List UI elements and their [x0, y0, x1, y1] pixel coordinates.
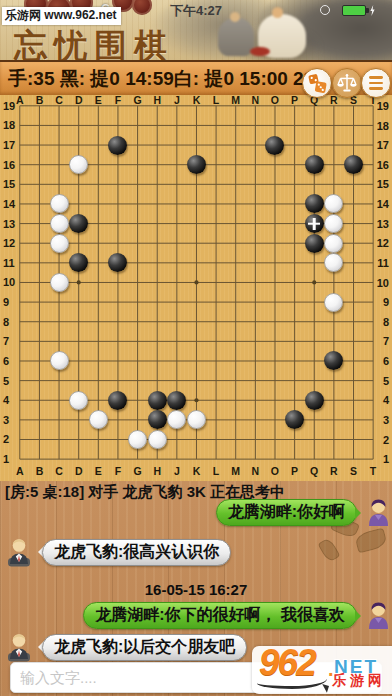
board-point-H9[interactable]	[147, 292, 167, 312]
board-point-J3[interactable]	[167, 410, 187, 430]
board-point-E8[interactable]	[89, 312, 109, 332]
board-point-L16[interactable]	[206, 155, 226, 175]
board-point-B18[interactable]	[30, 116, 50, 136]
board-point-O4[interactable]	[265, 390, 285, 410]
board-point-Q3[interactable]	[304, 410, 324, 430]
board-point-C16[interactable]	[49, 155, 69, 175]
board-point-L12[interactable]	[206, 233, 226, 253]
board-point-E9[interactable]	[89, 292, 109, 312]
board-point-S9[interactable]	[344, 292, 364, 312]
board-point-F13[interactable]	[108, 214, 128, 234]
board-point-C8[interactable]	[49, 312, 69, 332]
board-point-K10[interactable]	[187, 273, 207, 293]
board-point-S2[interactable]	[344, 430, 364, 450]
board-point-K4[interactable]	[187, 390, 207, 410]
board-point-K11[interactable]	[187, 253, 207, 273]
board-point-C12[interactable]	[49, 233, 69, 253]
board-point-J15[interactable]	[167, 175, 187, 195]
board-point-E4[interactable]	[89, 390, 109, 410]
board-point-P11[interactable]	[285, 253, 305, 273]
board-point-E3[interactable]	[89, 410, 109, 430]
board-point-D13[interactable]	[69, 214, 89, 234]
board-point-S3[interactable]	[344, 410, 364, 430]
board-point-F18[interactable]	[108, 116, 128, 136]
board-point-P17[interactable]	[285, 135, 305, 155]
board-point-K14[interactable]	[187, 194, 207, 214]
board-point-Q7[interactable]	[304, 332, 324, 352]
board-point-N12[interactable]	[246, 233, 266, 253]
board-point-J9[interactable]	[167, 292, 187, 312]
board-point-B14[interactable]	[30, 194, 50, 214]
board-point-J16[interactable]	[167, 155, 187, 175]
board-point-L2[interactable]	[206, 430, 226, 450]
board-point-L5[interactable]	[206, 371, 226, 391]
board-point-J17[interactable]	[167, 135, 187, 155]
board-point-E17[interactable]	[89, 135, 109, 155]
board-point-L17[interactable]	[206, 135, 226, 155]
board-point-P5[interactable]	[285, 371, 305, 391]
board-point-K17[interactable]	[187, 135, 207, 155]
board-point-R7[interactable]	[324, 332, 344, 352]
board-point-O16[interactable]	[265, 155, 285, 175]
board-point-L11[interactable]	[206, 253, 226, 273]
board-point-C5[interactable]	[49, 371, 69, 391]
board-point-G18[interactable]	[128, 116, 148, 136]
board-point-D11[interactable]	[69, 253, 89, 273]
board-point-F3[interactable]	[108, 410, 128, 430]
board-point-G16[interactable]	[128, 155, 148, 175]
board-point-B7[interactable]	[30, 332, 50, 352]
board-point-L8[interactable]	[206, 312, 226, 332]
board-point-M16[interactable]	[226, 155, 246, 175]
board-point-C11[interactable]	[49, 253, 69, 273]
board-point-F17[interactable]	[108, 135, 128, 155]
board-point-S18[interactable]	[344, 116, 364, 136]
board-point-R9[interactable]	[324, 292, 344, 312]
board-point-H2[interactable]	[147, 430, 167, 450]
board-point-B3[interactable]	[30, 410, 50, 430]
board-point-M10[interactable]	[226, 273, 246, 293]
board-point-F2[interactable]	[108, 430, 128, 450]
board-point-E15[interactable]	[89, 175, 109, 195]
board-point-N7[interactable]	[246, 332, 266, 352]
board-point-O5[interactable]	[265, 371, 285, 391]
board-point-R5[interactable]	[324, 371, 344, 391]
board-point-H8[interactable]	[147, 312, 167, 332]
leaf-decoration	[317, 537, 340, 563]
board-point-B10[interactable]	[30, 273, 50, 293]
board-point-M6[interactable]	[226, 351, 246, 371]
board-point-L6[interactable]	[206, 351, 226, 371]
board-point-F5[interactable]	[108, 371, 128, 391]
board-point-P16[interactable]	[285, 155, 305, 175]
board-point-M9[interactable]	[226, 292, 246, 312]
board-point-M4[interactable]	[226, 390, 246, 410]
board-point-S6[interactable]	[344, 351, 364, 371]
board-point-L14[interactable]	[206, 194, 226, 214]
board-point-O8[interactable]	[265, 312, 285, 332]
board-point-B6[interactable]	[30, 351, 50, 371]
board-point-K8[interactable]	[187, 312, 207, 332]
board-point-Q18[interactable]	[304, 116, 324, 136]
dice-button[interactable]	[302, 68, 332, 98]
board-point-M8[interactable]	[226, 312, 246, 332]
board-point-B5[interactable]	[30, 371, 50, 391]
board-point-L13[interactable]	[206, 214, 226, 234]
board-point-S16[interactable]	[344, 155, 364, 175]
board-point-J7[interactable]	[167, 332, 187, 352]
board-point-L4[interactable]	[206, 390, 226, 410]
board-point-E13[interactable]	[89, 214, 109, 234]
board-point-F9[interactable]	[108, 292, 128, 312]
board-point-R18[interactable]	[324, 116, 344, 136]
board-point-D16[interactable]	[69, 155, 89, 175]
board-point-O10[interactable]	[265, 273, 285, 293]
score-count-button[interactable]	[332, 68, 362, 98]
board-point-O6[interactable]	[265, 351, 285, 371]
board-point-R16[interactable]	[324, 155, 344, 175]
board-point-J11[interactable]	[167, 253, 187, 273]
board-point-B15[interactable]	[30, 175, 50, 195]
board-point-S14[interactable]	[344, 194, 364, 214]
board-point-E6[interactable]	[89, 351, 109, 371]
board-point-G9[interactable]	[128, 292, 148, 312]
board-point-O3[interactable]	[265, 410, 285, 430]
board-point-F16[interactable]	[108, 155, 128, 175]
board-point-N8[interactable]	[246, 312, 266, 332]
board-point-H4[interactable]	[147, 390, 167, 410]
board-point-Q5[interactable]	[304, 371, 324, 391]
board-point-N18[interactable]	[246, 116, 266, 136]
board-point-M2[interactable]	[226, 430, 246, 450]
board-point-Q12[interactable]	[304, 233, 324, 253]
board-point-M7[interactable]	[226, 332, 246, 352]
board-point-N5[interactable]	[246, 371, 266, 391]
board-point-P14[interactable]	[285, 194, 305, 214]
title-banner: 忘忧围棋 下午4:27 G 乐游网 www.962.net	[0, 0, 392, 60]
board-point-Q9[interactable]	[304, 292, 324, 312]
board-point-N13[interactable]	[246, 214, 266, 234]
board-point-D17[interactable]	[69, 135, 89, 155]
board-point-S13[interactable]	[344, 214, 364, 234]
board-point-J2[interactable]	[167, 430, 187, 450]
board-point-J8[interactable]	[167, 312, 187, 332]
board-point-Q11[interactable]	[304, 253, 324, 273]
board-point-K7[interactable]	[187, 332, 207, 352]
board-point-N9[interactable]	[246, 292, 266, 312]
board-point-E18[interactable]	[89, 116, 109, 136]
board-point-E2[interactable]	[89, 430, 109, 450]
board-point-S11[interactable]	[344, 253, 364, 273]
board-point-M5[interactable]	[226, 371, 246, 391]
board-point-D3[interactable]	[69, 410, 89, 430]
board-point-H10[interactable]	[147, 273, 167, 293]
board-point-M17[interactable]	[226, 135, 246, 155]
board-point-G12[interactable]	[128, 233, 148, 253]
board-point-L9[interactable]	[206, 292, 226, 312]
board-point-D4[interactable]	[69, 390, 89, 410]
board-point-K9[interactable]	[187, 292, 207, 312]
board-point-Q15[interactable]	[304, 175, 324, 195]
board-point-C7[interactable]	[49, 332, 69, 352]
go-board[interactable]: ABCDEFGHJKLMNOPQRST ABCDEFGHJKLMNOPQRST …	[0, 95, 392, 481]
board-point-D7[interactable]	[69, 332, 89, 352]
board-point-N3[interactable]	[246, 410, 266, 430]
board-point-G2[interactable]	[128, 430, 148, 450]
board-point-M14[interactable]	[226, 194, 246, 214]
board-point-J12[interactable]	[167, 233, 187, 253]
board-point-F15[interactable]	[108, 175, 128, 195]
board-point-D15[interactable]	[69, 175, 89, 195]
board-point-P2[interactable]	[285, 430, 305, 450]
board-point-P3[interactable]	[285, 410, 305, 430]
board-point-O14[interactable]	[265, 194, 285, 214]
board-point-M11[interactable]	[226, 253, 246, 273]
board-point-H3[interactable]	[147, 410, 167, 430]
board-point-O17[interactable]	[265, 135, 285, 155]
board-point-S12[interactable]	[344, 233, 364, 253]
board-point-D14[interactable]	[69, 194, 89, 214]
board-point-L7[interactable]	[206, 332, 226, 352]
board-point-D2[interactable]	[69, 430, 89, 450]
board-point-E11[interactable]	[89, 253, 109, 273]
board-point-S17[interactable]	[344, 135, 364, 155]
board-point-N14[interactable]	[246, 194, 266, 214]
board-point-P8[interactable]	[285, 312, 305, 332]
board-point-B8[interactable]	[30, 312, 50, 332]
board-point-N15[interactable]	[246, 175, 266, 195]
board-point-N16[interactable]	[246, 155, 266, 175]
board-point-H5[interactable]	[147, 371, 167, 391]
board-point-C10[interactable]	[49, 273, 69, 293]
board-point-G8[interactable]	[128, 312, 148, 332]
board-point-P12[interactable]	[285, 233, 305, 253]
last-move-marker	[305, 214, 324, 233]
board-point-J4[interactable]	[167, 390, 187, 410]
board-point-B17[interactable]	[30, 135, 50, 155]
board-point-L15[interactable]	[206, 175, 226, 195]
board-point-B12[interactable]	[30, 233, 50, 253]
board-point-K15[interactable]	[187, 175, 207, 195]
white-stone	[324, 214, 343, 233]
board-point-G17[interactable]	[128, 135, 148, 155]
board-point-R15[interactable]	[324, 175, 344, 195]
board-point-P13[interactable]	[285, 214, 305, 234]
board-point-E16[interactable]	[89, 155, 109, 175]
board-point-K6[interactable]	[187, 351, 207, 371]
board-point-P7[interactable]	[285, 332, 305, 352]
board-point-K18[interactable]	[187, 116, 207, 136]
board-point-M15[interactable]	[226, 175, 246, 195]
board-point-G7[interactable]	[128, 332, 148, 352]
board-point-F11[interactable]	[108, 253, 128, 273]
board-point-P18[interactable]	[285, 116, 305, 136]
board-point-D12[interactable]	[69, 233, 89, 253]
board-point-Q2[interactable]	[304, 430, 324, 450]
board-point-R4[interactable]	[324, 390, 344, 410]
board-point-D6[interactable]	[69, 351, 89, 371]
board-point-O12[interactable]	[265, 233, 285, 253]
board-point-S8[interactable]	[344, 312, 364, 332]
board-point-C17[interactable]	[49, 135, 69, 155]
board-point-H6[interactable]	[147, 351, 167, 371]
board-point-L10[interactable]	[206, 273, 226, 293]
board-point-N6[interactable]	[246, 351, 266, 371]
board-point-B11[interactable]	[30, 253, 50, 273]
board-point-F7[interactable]	[108, 332, 128, 352]
board-point-D8[interactable]	[69, 312, 89, 332]
board-point-H15[interactable]	[147, 175, 167, 195]
board-point-H17[interactable]	[147, 135, 167, 155]
board-point-F8[interactable]	[108, 312, 128, 332]
menu-button[interactable]	[361, 68, 391, 98]
board-point-S4[interactable]	[344, 390, 364, 410]
board-point-C9[interactable]	[49, 292, 69, 312]
board-point-K3[interactable]	[187, 410, 207, 430]
board-point-M13[interactable]	[226, 214, 246, 234]
board-point-D18[interactable]	[69, 116, 89, 136]
board-point-E10[interactable]	[89, 273, 109, 293]
board-point-E5[interactable]	[89, 371, 109, 391]
board-point-P10[interactable]	[285, 273, 305, 293]
board-point-H16[interactable]	[147, 155, 167, 175]
board-point-F4[interactable]	[108, 390, 128, 410]
board-point-B4[interactable]	[30, 390, 50, 410]
board-point-Q17[interactable]	[304, 135, 324, 155]
board-point-S15[interactable]	[344, 175, 364, 195]
board-point-C3[interactable]	[49, 410, 69, 430]
board-point-S7[interactable]	[344, 332, 364, 352]
board-point-F6[interactable]	[108, 351, 128, 371]
board-point-H11[interactable]	[147, 253, 167, 273]
board-point-P9[interactable]	[285, 292, 305, 312]
board-point-R2[interactable]	[324, 430, 344, 450]
board-point-O9[interactable]	[265, 292, 285, 312]
board-point-K13[interactable]	[187, 214, 207, 234]
board-point-M3[interactable]	[226, 410, 246, 430]
board-point-F10[interactable]	[108, 273, 128, 293]
board-point-N17[interactable]	[246, 135, 266, 155]
board-point-J5[interactable]	[167, 371, 187, 391]
board-point-R3[interactable]	[324, 410, 344, 430]
board-point-R6[interactable]	[324, 351, 344, 371]
board-point-D5[interactable]	[69, 371, 89, 391]
board-point-H18[interactable]	[147, 116, 167, 136]
board-point-H14[interactable]	[147, 194, 167, 214]
board-point-M18[interactable]	[226, 116, 246, 136]
board-point-C6[interactable]	[49, 351, 69, 371]
board-point-C4[interactable]	[49, 390, 69, 410]
board-point-H7[interactable]	[147, 332, 167, 352]
board-point-G14[interactable]	[128, 194, 148, 214]
board-point-G11[interactable]	[128, 253, 148, 273]
board-point-H12[interactable]	[147, 233, 167, 253]
board-point-O15[interactable]	[265, 175, 285, 195]
board-point-K2[interactable]	[187, 430, 207, 450]
board-point-C2[interactable]	[49, 430, 69, 450]
board-point-O7[interactable]	[265, 332, 285, 352]
board-point-K16[interactable]	[187, 155, 207, 175]
board-point-B13[interactable]	[30, 214, 50, 234]
board-point-O2[interactable]	[265, 430, 285, 450]
board-point-G5[interactable]	[128, 371, 148, 391]
board-point-R10[interactable]	[324, 273, 344, 293]
board-point-R14[interactable]	[324, 194, 344, 214]
board-point-O11[interactable]	[265, 253, 285, 273]
board-point-B16[interactable]	[30, 155, 50, 175]
board-point-J6[interactable]	[167, 351, 187, 371]
board-point-P6[interactable]	[285, 351, 305, 371]
board-point-Q4[interactable]	[304, 390, 324, 410]
board-point-R12[interactable]	[324, 233, 344, 253]
board-point-O13[interactable]	[265, 214, 285, 234]
board-point-E12[interactable]	[89, 233, 109, 253]
watermark-top: 乐游网 www.962.net	[2, 7, 121, 25]
board-point-Q16[interactable]	[304, 155, 324, 175]
board-point-K5[interactable]	[187, 371, 207, 391]
board-point-R17[interactable]	[324, 135, 344, 155]
board-point-R8[interactable]	[324, 312, 344, 332]
board-point-Q6[interactable]	[304, 351, 324, 371]
board-point-F14[interactable]	[108, 194, 128, 214]
board-point-J14[interactable]	[167, 194, 187, 214]
board-point-E14[interactable]	[89, 194, 109, 214]
board-point-C13[interactable]	[49, 214, 69, 234]
black-stone	[305, 234, 324, 253]
board-point-C14[interactable]	[49, 194, 69, 214]
board-point-Q10[interactable]	[304, 273, 324, 293]
board-point-Q8[interactable]	[304, 312, 324, 332]
board-point-G4[interactable]	[128, 390, 148, 410]
board-point-O18[interactable]	[265, 116, 285, 136]
board-point-B2[interactable]	[30, 430, 50, 450]
board-point-R11[interactable]	[324, 253, 344, 273]
board-point-P4[interactable]	[285, 390, 305, 410]
board-point-K12[interactable]	[187, 233, 207, 253]
board-point-N2[interactable]	[246, 430, 266, 450]
board-point-S10[interactable]	[344, 273, 364, 293]
white-stone	[69, 391, 88, 410]
board-point-D10[interactable]	[69, 273, 89, 293]
board-point-G3[interactable]	[128, 410, 148, 430]
board-point-F12[interactable]	[108, 233, 128, 253]
board-point-G10[interactable]	[128, 273, 148, 293]
board-point-G6[interactable]	[128, 351, 148, 371]
board-point-H13[interactable]	[147, 214, 167, 234]
board-point-P15[interactable]	[285, 175, 305, 195]
board-point-J18[interactable]	[167, 116, 187, 136]
board-point-E7[interactable]	[89, 332, 109, 352]
board-point-C18[interactable]	[49, 116, 69, 136]
board-point-N10[interactable]	[246, 273, 266, 293]
board-point-L3[interactable]	[206, 410, 226, 430]
board-point-N11[interactable]	[246, 253, 266, 273]
board-point-J13[interactable]	[167, 214, 187, 234]
board-point-J10[interactable]	[167, 273, 187, 293]
board-point-Q14[interactable]	[304, 194, 324, 214]
board-point-G15[interactable]	[128, 175, 148, 195]
board-point-D9[interactable]	[69, 292, 89, 312]
board-point-Q13[interactable]	[304, 214, 324, 234]
board-point-N4[interactable]	[246, 390, 266, 410]
board-point-G13[interactable]	[128, 214, 148, 234]
board-point-B9[interactable]	[30, 292, 50, 312]
board-point-C15[interactable]	[49, 175, 69, 195]
board-point-L18[interactable]	[206, 116, 226, 136]
board-point-R13[interactable]	[324, 214, 344, 234]
board-point-S5[interactable]	[344, 371, 364, 391]
board-point-M12[interactable]	[226, 233, 246, 253]
